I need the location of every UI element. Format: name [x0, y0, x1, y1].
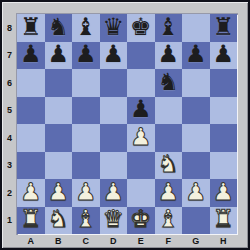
chess-board-window: 87654321 ♜♞♝♛♚♝♜♟♟♟♟♟♟♟♞♟♟♞♟♟♟♟♟♟♟♜♞♝♛♚♝…: [0, 0, 250, 250]
square-b4[interactable]: [45, 124, 73, 152]
square-g6[interactable]: [182, 69, 210, 97]
rank-label: 8: [2, 14, 17, 42]
white-pawn[interactable]: ♟: [185, 180, 207, 204]
black-pawn[interactable]: ♟: [102, 42, 124, 66]
white-pawn[interactable]: ♟: [212, 180, 234, 204]
square-d5[interactable]: [100, 97, 128, 125]
square-g2[interactable]: ♟: [182, 179, 210, 207]
white-knight[interactable]: ♞: [47, 207, 69, 231]
square-d7[interactable]: ♟: [100, 42, 128, 70]
file-labels: ABCDEFGH: [17, 234, 237, 247]
square-f3[interactable]: ♞: [155, 152, 183, 180]
black-rook[interactable]: ♜: [212, 15, 234, 39]
square-b1[interactable]: ♞: [45, 207, 73, 235]
chess-board[interactable]: ♜♞♝♛♚♝♜♟♟♟♟♟♟♟♞♟♟♞♟♟♟♟♟♟♟♜♞♝♛♚♝♜: [17, 14, 237, 234]
square-c7[interactable]: ♟: [72, 42, 100, 70]
square-g5[interactable]: [182, 97, 210, 125]
square-b8[interactable]: ♞: [45, 14, 73, 42]
square-a5[interactable]: [17, 97, 45, 125]
square-h8[interactable]: ♜: [210, 14, 238, 42]
square-h2[interactable]: ♟: [210, 179, 238, 207]
square-b3[interactable]: [45, 152, 73, 180]
square-g4[interactable]: [182, 124, 210, 152]
square-c3[interactable]: [72, 152, 100, 180]
black-pawn[interactable]: ♟: [20, 42, 42, 66]
white-pawn[interactable]: ♟: [130, 125, 152, 149]
white-bishop[interactable]: ♝: [75, 207, 97, 231]
square-c8[interactable]: ♝: [72, 14, 100, 42]
square-a4[interactable]: [17, 124, 45, 152]
white-pawn[interactable]: ♟: [102, 180, 124, 204]
square-c4[interactable]: [72, 124, 100, 152]
square-e3[interactable]: [127, 152, 155, 180]
white-bishop[interactable]: ♝: [157, 207, 179, 231]
rank-label: 2: [2, 179, 17, 207]
file-label: A: [17, 234, 45, 247]
square-a3[interactable]: [17, 152, 45, 180]
square-h6[interactable]: [210, 69, 238, 97]
white-knight[interactable]: ♞: [157, 152, 179, 176]
square-e8[interactable]: ♚: [127, 14, 155, 42]
black-pawn[interactable]: ♟: [130, 97, 152, 121]
black-knight[interactable]: ♞: [157, 70, 179, 94]
square-f2[interactable]: ♟: [155, 179, 183, 207]
square-d4[interactable]: [100, 124, 128, 152]
file-label: G: [182, 234, 210, 247]
file-label: F: [155, 234, 183, 247]
white-rook[interactable]: ♜: [212, 207, 234, 231]
square-f4[interactable]: [155, 124, 183, 152]
black-bishop[interactable]: ♝: [75, 15, 97, 39]
white-rook[interactable]: ♜: [20, 207, 42, 231]
rank-label: 6: [2, 69, 17, 97]
square-f6[interactable]: ♞: [155, 69, 183, 97]
square-g8[interactable]: [182, 14, 210, 42]
black-king[interactable]: ♚: [130, 15, 152, 39]
square-h4[interactable]: [210, 124, 238, 152]
white-pawn[interactable]: ♟: [20, 180, 42, 204]
black-rook[interactable]: ♜: [20, 15, 42, 39]
square-b6[interactable]: [45, 69, 73, 97]
square-f7[interactable]: ♟: [155, 42, 183, 70]
square-d8[interactable]: ♛: [100, 14, 128, 42]
square-c5[interactable]: [72, 97, 100, 125]
square-d6[interactable]: [100, 69, 128, 97]
square-a6[interactable]: [17, 69, 45, 97]
square-d3[interactable]: [100, 152, 128, 180]
square-e2[interactable]: [127, 179, 155, 207]
black-pawn[interactable]: ♟: [157, 42, 179, 66]
black-queen[interactable]: ♛: [102, 15, 124, 39]
black-pawn[interactable]: ♟: [212, 42, 234, 66]
rank-label: 4: [2, 124, 17, 152]
square-e4[interactable]: ♟: [127, 124, 155, 152]
file-label: D: [100, 234, 128, 247]
file-label: C: [72, 234, 100, 247]
black-knight[interactable]: ♞: [47, 15, 69, 39]
file-label: H: [210, 234, 238, 247]
square-g1[interactable]: [182, 207, 210, 235]
square-g7[interactable]: ♟: [182, 42, 210, 70]
white-pawn[interactable]: ♟: [47, 180, 69, 204]
square-e5[interactable]: ♟: [127, 97, 155, 125]
square-a2[interactable]: ♟: [17, 179, 45, 207]
square-d2[interactable]: ♟: [100, 179, 128, 207]
square-f5[interactable]: [155, 97, 183, 125]
square-a8[interactable]: ♜: [17, 14, 45, 42]
square-g3[interactable]: [182, 152, 210, 180]
white-queen[interactable]: ♛: [102, 207, 124, 231]
square-f1[interactable]: ♝: [155, 207, 183, 235]
square-h7[interactable]: ♟: [210, 42, 238, 70]
square-b2[interactable]: ♟: [45, 179, 73, 207]
file-label: E: [127, 234, 155, 247]
square-h5[interactable]: [210, 97, 238, 125]
rank-label: 5: [2, 97, 17, 125]
square-e6[interactable]: [127, 69, 155, 97]
white-pawn[interactable]: ♟: [75, 180, 97, 204]
white-king[interactable]: ♚: [130, 207, 152, 231]
square-c1[interactable]: ♝: [72, 207, 100, 235]
square-b7[interactable]: ♟: [45, 42, 73, 70]
rank-label: 7: [2, 42, 17, 70]
file-label: B: [45, 234, 73, 247]
square-a1[interactable]: ♜: [17, 207, 45, 235]
square-c6[interactable]: [72, 69, 100, 97]
rank-label: 1: [2, 207, 17, 235]
black-pawn[interactable]: ♟: [185, 42, 207, 66]
rank-label: 3: [2, 152, 17, 180]
square-c2[interactable]: ♟: [72, 179, 100, 207]
square-d1[interactable]: ♛: [100, 207, 128, 235]
square-h1[interactable]: ♜: [210, 207, 238, 235]
rank-labels: 87654321: [2, 14, 17, 234]
square-f8[interactable]: ♝: [155, 14, 183, 42]
square-e1[interactable]: ♚: [127, 207, 155, 235]
square-b5[interactable]: [45, 97, 73, 125]
square-a7[interactable]: ♟: [17, 42, 45, 70]
black-bishop[interactable]: ♝: [157, 15, 179, 39]
white-pawn[interactable]: ♟: [157, 180, 179, 204]
black-pawn[interactable]: ♟: [47, 42, 69, 66]
square-e7[interactable]: [127, 42, 155, 70]
black-pawn[interactable]: ♟: [75, 42, 97, 66]
square-h3[interactable]: [210, 152, 238, 180]
